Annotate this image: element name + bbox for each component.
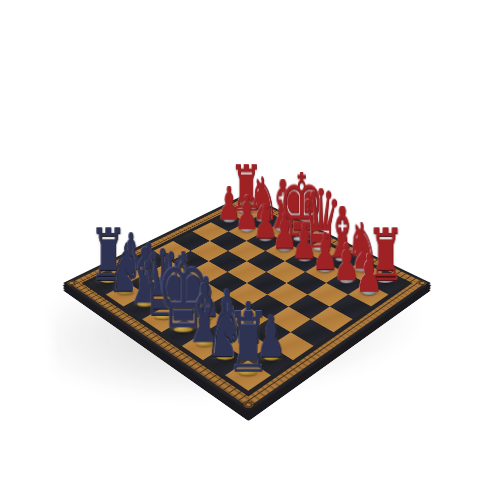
square-h7: ♟ [348, 283, 388, 307]
board-squares: ♜♞♝♚♛♝♞♜♟♟♟♟♟♟♟♟♟♟♟♟♟♟♟♟♜♞♝♛♚♝♞♜ [89, 205, 406, 391]
pawn-glyph: ♟ [355, 253, 383, 294]
corner-rosette-icon [242, 400, 256, 410]
product-photo-stage: ♜♞♝♚♛♝♞♜♟♟♟♟♟♟♟♟♟♟♟♟♟♟♟♟♜♞♝♛♚♝♞♜ [0, 0, 480, 480]
rook-glyph: ♜ [226, 310, 269, 375]
square-h5 [311, 307, 353, 333]
scene: ♜♞♝♚♛♝♞♜♟♟♟♟♟♟♟♟♟♟♟♟♟♟♟♟♜♞♝♛♚♝♞♜ [0, 0, 480, 480]
corner-rosette-icon [417, 280, 428, 286]
board-frame: ♜♞♝♚♛♝♞♜♟♟♟♟♟♟♟♟♟♟♟♟♟♟♟♟♜♞♝♛♚♝♞♜ [63, 194, 431, 412]
border-ornament-band: ♜♞♝♚♛♝♞♜♟♟♟♟♟♟♟♟♟♟♟♟♟♟♟♟♜♞♝♛♚♝♞♜ [69, 196, 425, 407]
board-inner-margin: ♜♞♝♚♛♝♞♜♟♟♟♟♟♟♟♟♟♟♟♟♟♟♟♟♜♞♝♛♚♝♞♜ [82, 202, 413, 397]
square-h1: ♜ [225, 360, 271, 391]
chess-board: ♜♞♝♚♛♝♞♜♟♟♟♟♟♟♟♟♟♟♟♟♟♟♟♟♜♞♝♛♚♝♞♜ [63, 194, 431, 412]
